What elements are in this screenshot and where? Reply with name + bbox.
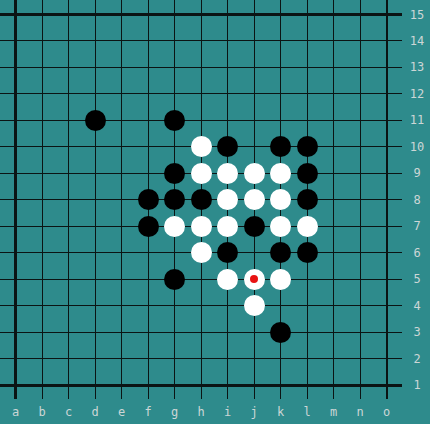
column-label-d: d bbox=[91, 406, 98, 418]
row-label-6: 6 bbox=[413, 247, 420, 259]
grid-vline-n bbox=[360, 0, 361, 399]
row-label-9: 9 bbox=[413, 167, 420, 179]
row-label-5: 5 bbox=[413, 273, 420, 285]
black-stone-l9 bbox=[297, 163, 318, 184]
row-label-12: 12 bbox=[410, 88, 424, 100]
white-stone-i7 bbox=[217, 216, 238, 237]
black-stone-d11 bbox=[85, 110, 106, 131]
row-label-7: 7 bbox=[413, 220, 420, 232]
white-stone-i9 bbox=[217, 163, 238, 184]
grid-vline-e bbox=[121, 0, 122, 399]
column-label-n: n bbox=[356, 406, 363, 418]
white-stone-h9 bbox=[191, 163, 212, 184]
black-stone-i6 bbox=[217, 242, 238, 263]
black-stone-f8 bbox=[138, 189, 159, 210]
row-label-13: 13 bbox=[410, 61, 424, 73]
black-stone-g9 bbox=[164, 163, 185, 184]
column-label-c: c bbox=[65, 406, 72, 418]
black-stone-l8 bbox=[297, 189, 318, 210]
black-stone-i10 bbox=[217, 136, 238, 157]
black-stone-l6 bbox=[297, 242, 318, 263]
row-label-1: 1 bbox=[413, 379, 420, 391]
column-label-k: k bbox=[277, 406, 284, 418]
row-label-15: 15 bbox=[410, 9, 424, 21]
grid-vline-d bbox=[95, 0, 96, 399]
white-stone-h7 bbox=[191, 216, 212, 237]
grid-vline-m bbox=[333, 0, 334, 399]
grid-vline-o bbox=[386, 0, 388, 399]
grid-vline-c bbox=[68, 0, 69, 399]
gomoku-board[interactable]: abcdefghijklmno 151413121110987654321 bbox=[0, 0, 430, 424]
column-label-g: g bbox=[171, 406, 178, 418]
black-stone-f7 bbox=[138, 216, 159, 237]
white-stone-l7 bbox=[297, 216, 318, 237]
white-stone-g7 bbox=[164, 216, 185, 237]
black-stone-k6 bbox=[270, 242, 291, 263]
row-label-11: 11 bbox=[410, 114, 424, 126]
grid-vline-b bbox=[42, 0, 43, 399]
black-stone-g11 bbox=[164, 110, 185, 131]
white-stone-k8 bbox=[270, 189, 291, 210]
black-stone-g5 bbox=[164, 269, 185, 290]
column-label-f: f bbox=[144, 406, 151, 418]
column-label-b: b bbox=[38, 406, 45, 418]
column-label-e: e bbox=[118, 406, 125, 418]
white-stone-k5 bbox=[270, 269, 291, 290]
white-stone-h10 bbox=[191, 136, 212, 157]
column-label-i: i bbox=[224, 406, 231, 418]
row-label-2: 2 bbox=[413, 353, 420, 365]
row-label-4: 4 bbox=[413, 300, 420, 312]
row-label-3: 3 bbox=[413, 326, 420, 338]
row-label-10: 10 bbox=[410, 141, 424, 153]
column-label-j: j bbox=[250, 406, 257, 418]
black-stone-g8 bbox=[164, 189, 185, 210]
white-stone-i8 bbox=[217, 189, 238, 210]
white-stone-k9 bbox=[270, 163, 291, 184]
white-stone-k7 bbox=[270, 216, 291, 237]
column-label-h: h bbox=[197, 406, 204, 418]
column-label-a: a bbox=[12, 406, 19, 418]
black-stone-l10 bbox=[297, 136, 318, 157]
column-label-o: o bbox=[383, 406, 390, 418]
black-stone-k3 bbox=[270, 322, 291, 343]
row-label-8: 8 bbox=[413, 194, 420, 206]
black-stone-j7 bbox=[244, 216, 265, 237]
white-stone-j9 bbox=[244, 163, 265, 184]
white-stone-h6 bbox=[191, 242, 212, 263]
white-stone-j8 bbox=[244, 189, 265, 210]
white-stone-j4 bbox=[244, 295, 265, 316]
grid-vline-a bbox=[14, 0, 17, 399]
row-label-14: 14 bbox=[410, 35, 424, 47]
column-label-m: m bbox=[330, 406, 337, 418]
black-stone-h8 bbox=[191, 189, 212, 210]
column-label-l: l bbox=[303, 406, 310, 418]
white-stone-i5 bbox=[217, 269, 238, 290]
black-stone-k10 bbox=[270, 136, 291, 157]
